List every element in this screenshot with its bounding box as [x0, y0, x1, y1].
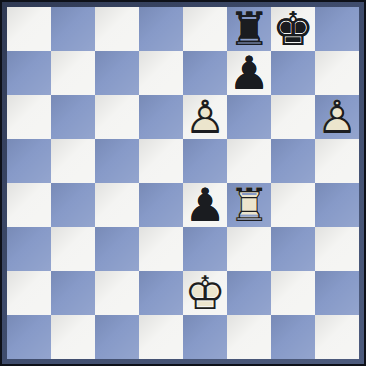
square-d6[interactable] — [139, 95, 183, 139]
square-a4[interactable] — [7, 183, 51, 227]
square-d4[interactable] — [139, 183, 183, 227]
square-g1[interactable] — [271, 315, 315, 359]
black-king-icon: ♚ — [271, 7, 315, 51]
black-rook-icon: ♜ — [227, 7, 271, 51]
square-e8[interactable] — [183, 7, 227, 51]
square-c4[interactable] — [95, 183, 139, 227]
square-e4[interactable]: ♟♟ — [183, 183, 227, 227]
square-a8[interactable] — [7, 7, 51, 51]
square-b5[interactable] — [51, 139, 95, 183]
square-h8[interactable] — [315, 7, 359, 51]
piece-black-king-g8[interactable]: ♚♚ — [271, 7, 315, 51]
square-b7[interactable] — [51, 51, 95, 95]
white-pawn-icon: ♙ — [183, 95, 227, 139]
white-rook-icon: ♖ — [227, 183, 271, 227]
square-c2[interactable] — [95, 271, 139, 315]
square-f8[interactable]: ♜♜ — [227, 7, 271, 51]
square-f6[interactable] — [227, 95, 271, 139]
square-f3[interactable] — [227, 227, 271, 271]
square-h5[interactable] — [315, 139, 359, 183]
square-h1[interactable] — [315, 315, 359, 359]
square-b6[interactable] — [51, 95, 95, 139]
square-b3[interactable] — [51, 227, 95, 271]
square-a2[interactable] — [7, 271, 51, 315]
square-f7[interactable]: ♟♟ — [227, 51, 271, 95]
square-g3[interactable] — [271, 227, 315, 271]
square-f5[interactable] — [227, 139, 271, 183]
piece-white-rook-f4[interactable]: ♜♖ — [227, 183, 271, 227]
square-b4[interactable] — [51, 183, 95, 227]
square-f1[interactable] — [227, 315, 271, 359]
square-h7[interactable] — [315, 51, 359, 95]
board-frame: ♜♜♚♚♟♟♟♙♟♙♟♟♜♖♚♔ — [0, 0, 366, 366]
square-d7[interactable] — [139, 51, 183, 95]
square-b8[interactable] — [51, 7, 95, 51]
square-g6[interactable] — [271, 95, 315, 139]
square-h3[interactable] — [315, 227, 359, 271]
square-a3[interactable] — [7, 227, 51, 271]
white-pawn-icon: ♙ — [315, 95, 359, 139]
square-d3[interactable] — [139, 227, 183, 271]
square-h4[interactable] — [315, 183, 359, 227]
square-c7[interactable] — [95, 51, 139, 95]
black-pawn-icon: ♟ — [227, 51, 271, 95]
square-e6[interactable]: ♟♙ — [183, 95, 227, 139]
square-g8[interactable]: ♚♚ — [271, 7, 315, 51]
square-a6[interactable] — [7, 95, 51, 139]
square-f4[interactable]: ♜♖ — [227, 183, 271, 227]
square-c5[interactable] — [95, 139, 139, 183]
square-c8[interactable] — [95, 7, 139, 51]
square-e1[interactable] — [183, 315, 227, 359]
piece-black-pawn-f7[interactable]: ♟♟ — [227, 51, 271, 95]
square-d1[interactable] — [139, 315, 183, 359]
white-king-icon: ♔ — [183, 271, 227, 315]
piece-black-pawn-e4[interactable]: ♟♟ — [183, 183, 227, 227]
square-e2[interactable]: ♚♔ — [183, 271, 227, 315]
square-d8[interactable] — [139, 7, 183, 51]
square-g4[interactable] — [271, 183, 315, 227]
square-a1[interactable] — [7, 315, 51, 359]
square-g5[interactable] — [271, 139, 315, 183]
square-g7[interactable] — [271, 51, 315, 95]
square-e7[interactable] — [183, 51, 227, 95]
square-d2[interactable] — [139, 271, 183, 315]
piece-white-king-e2[interactable]: ♚♔ — [183, 271, 227, 315]
square-f2[interactable] — [227, 271, 271, 315]
chess-board: ♜♜♚♚♟♟♟♙♟♙♟♟♜♖♚♔ — [7, 7, 359, 359]
square-c6[interactable] — [95, 95, 139, 139]
square-d5[interactable] — [139, 139, 183, 183]
square-c1[interactable] — [95, 315, 139, 359]
square-c3[interactable] — [95, 227, 139, 271]
piece-black-rook-f8[interactable]: ♜♜ — [227, 7, 271, 51]
square-a5[interactable] — [7, 139, 51, 183]
square-e3[interactable] — [183, 227, 227, 271]
square-h2[interactable] — [315, 271, 359, 315]
piece-white-pawn-e6[interactable]: ♟♙ — [183, 95, 227, 139]
square-b2[interactable] — [51, 271, 95, 315]
black-pawn-icon: ♟ — [183, 183, 227, 227]
square-a7[interactable] — [7, 51, 51, 95]
piece-white-pawn-h6[interactable]: ♟♙ — [315, 95, 359, 139]
square-b1[interactable] — [51, 315, 95, 359]
square-e5[interactable] — [183, 139, 227, 183]
square-h6[interactable]: ♟♙ — [315, 95, 359, 139]
square-g2[interactable] — [271, 271, 315, 315]
